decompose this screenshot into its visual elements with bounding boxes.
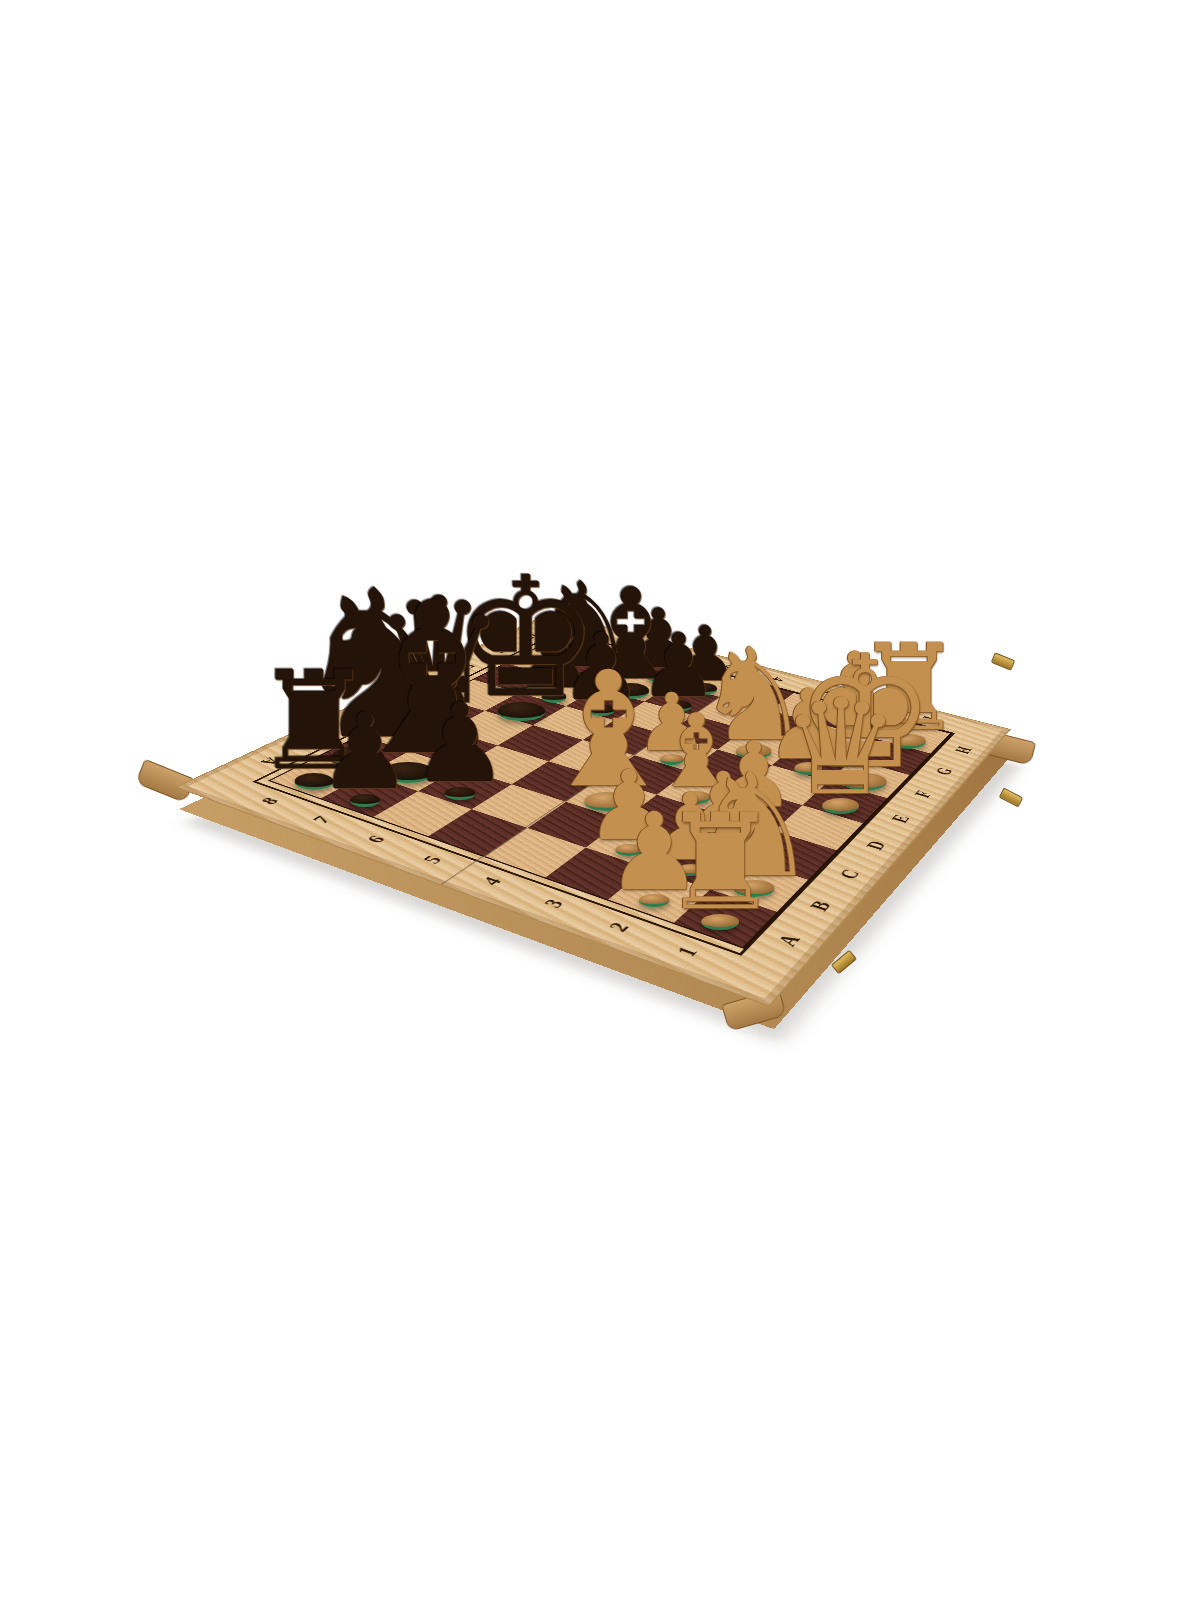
brass-hinge-lower-right — [999, 787, 1024, 807]
file-label-bottom-D: D — [857, 836, 895, 856]
rank-label-left-5: 5 — [411, 849, 456, 871]
rank-label-left-6: 6 — [354, 829, 398, 850]
rank-label-left-3: 3 — [531, 892, 577, 916]
rank-label-left-7: 7 — [300, 810, 344, 830]
dark-pawn-a7[interactable]: ♟ — [295, 703, 435, 803]
rook-glyph: ♜ — [650, 800, 790, 926]
rank-label-left-2: 2 — [596, 915, 642, 940]
piece-base-felt — [822, 798, 860, 814]
light-rook-a1[interactable]: ♜ — [650, 800, 790, 926]
pawn-glyph: ♟ — [295, 703, 435, 803]
piece-base-felt — [701, 914, 739, 930]
brass-hinge-upper-right — [991, 652, 1016, 670]
rank-label-left-4: 4 — [470, 870, 515, 893]
piece-base-felt — [444, 787, 475, 801]
file-label-bottom-C: C — [830, 864, 870, 886]
